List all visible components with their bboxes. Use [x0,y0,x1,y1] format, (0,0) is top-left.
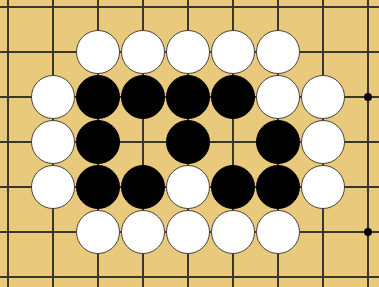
white-stone[interactable] [31,165,75,209]
white-stone[interactable] [166,165,210,209]
black-stone[interactable] [211,165,255,209]
black-stone[interactable] [211,75,255,119]
black-stone[interactable] [76,75,120,119]
white-stone[interactable] [256,210,300,254]
black-stone[interactable] [121,165,165,209]
white-stone[interactable] [166,210,210,254]
white-stone[interactable] [301,75,345,119]
white-stone[interactable] [31,75,75,119]
grid-line-horizontal [0,276,379,278]
black-stone[interactable] [121,75,165,119]
grid-line-vertical [7,0,9,287]
white-stone[interactable] [166,30,210,74]
black-stone[interactable] [76,120,120,164]
white-stone[interactable] [256,75,300,119]
star-point [364,228,372,236]
white-stone[interactable] [211,30,255,74]
white-stone[interactable] [301,165,345,209]
white-stone[interactable] [301,120,345,164]
black-stone[interactable] [76,165,120,209]
star-point [364,93,372,101]
go-board[interactable] [0,0,379,287]
white-stone[interactable] [121,210,165,254]
grid-line-horizontal [0,6,379,8]
white-stone[interactable] [211,210,255,254]
black-stone[interactable] [256,120,300,164]
black-stone[interactable] [166,120,210,164]
grid-line-vertical [367,0,369,287]
black-stone[interactable] [256,165,300,209]
white-stone[interactable] [76,30,120,74]
white-stone[interactable] [76,210,120,254]
white-stone[interactable] [121,30,165,74]
white-stone[interactable] [31,120,75,164]
black-stone[interactable] [166,75,210,119]
white-stone[interactable] [256,30,300,74]
